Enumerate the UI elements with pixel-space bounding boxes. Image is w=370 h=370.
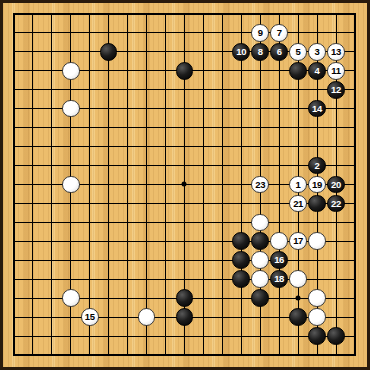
move-number: 5 (296, 47, 301, 57)
go-stone-black (100, 43, 118, 61)
move-number: 16 (274, 256, 284, 266)
move-number: 6 (277, 47, 282, 57)
go-stone-white (251, 214, 269, 232)
move-number: 23 (255, 180, 265, 190)
move-stone-white: 17 (289, 232, 307, 250)
move-stone-white: 3 (308, 43, 326, 61)
move-number: 19 (312, 180, 322, 190)
move-stone-black: 4 (308, 62, 326, 80)
move-number: 8 (258, 47, 263, 57)
go-stone-black (251, 289, 269, 307)
move-stone-white: 1 (289, 176, 307, 194)
go-stone-black (232, 232, 250, 250)
move-number: 14 (312, 104, 322, 114)
move-number: 15 (85, 312, 95, 322)
move-stone-black: 10 (232, 43, 250, 61)
move-stone-black: 18 (270, 270, 288, 288)
go-stone-white (251, 251, 269, 269)
move-stone-white: 19 (308, 176, 326, 194)
go-stone-black (232, 270, 250, 288)
move-number: 10 (236, 47, 246, 57)
move-number: 18 (274, 275, 284, 285)
go-stone-black (176, 289, 194, 307)
go-stone-black (176, 308, 194, 326)
move-stone-black: 20 (327, 176, 345, 194)
move-stone-black: 14 (308, 100, 326, 118)
move-number: 21 (293, 199, 303, 209)
move-stone-black: 8 (251, 43, 269, 61)
go-stone-black (289, 62, 307, 80)
move-stone-white: 11 (327, 62, 345, 80)
go-stone-white (308, 232, 326, 250)
go-stone-white (62, 289, 80, 307)
move-stone-black: 16 (270, 251, 288, 269)
go-stone-black (308, 195, 326, 213)
move-number: 13 (331, 47, 341, 57)
move-number: 1 (296, 180, 301, 190)
go-stone-white (289, 270, 307, 288)
move-number: 9 (258, 28, 263, 38)
go-stone-white (251, 270, 269, 288)
move-number: 7 (277, 28, 282, 38)
move-stone-black: 22 (327, 195, 345, 213)
move-stone-black: 2 (308, 157, 326, 175)
go-stone-white (308, 289, 326, 307)
go-stone-white (138, 308, 156, 326)
go-stone-black (289, 308, 307, 326)
go-stone-white (308, 308, 326, 326)
go-stone-white (62, 100, 80, 118)
go-board[interactable]: 1234567891011121314151617181920212223 (0, 0, 370, 370)
move-number: 22 (331, 199, 341, 209)
move-stone-white: 23 (251, 176, 269, 194)
move-stone-black: 6 (270, 43, 288, 61)
move-number: 11 (331, 66, 340, 76)
move-number: 17 (293, 237, 303, 247)
move-number: 4 (315, 66, 320, 76)
go-stone-black (251, 232, 269, 250)
go-stone-black (232, 251, 250, 269)
move-stone-white: 5 (289, 43, 307, 61)
move-stone-white: 15 (81, 308, 99, 326)
board-stones-layer: 1234567891011121314151617181920212223 (5, 5, 365, 365)
go-stone-white (62, 176, 80, 194)
go-stone-black (176, 62, 194, 80)
move-stone-white: 9 (251, 24, 269, 42)
go-stone-white (270, 232, 288, 250)
move-stone-white: 21 (289, 195, 307, 213)
move-stone-white: 7 (270, 24, 288, 42)
move-number: 20 (331, 180, 341, 190)
go-stone-black (327, 327, 345, 345)
move-number: 3 (315, 47, 320, 57)
move-stone-white: 13 (327, 43, 345, 61)
move-number: 12 (331, 85, 341, 95)
go-stone-black (308, 327, 326, 345)
move-stone-black: 12 (327, 81, 345, 99)
go-stone-white (62, 62, 80, 80)
move-number: 2 (315, 161, 320, 171)
